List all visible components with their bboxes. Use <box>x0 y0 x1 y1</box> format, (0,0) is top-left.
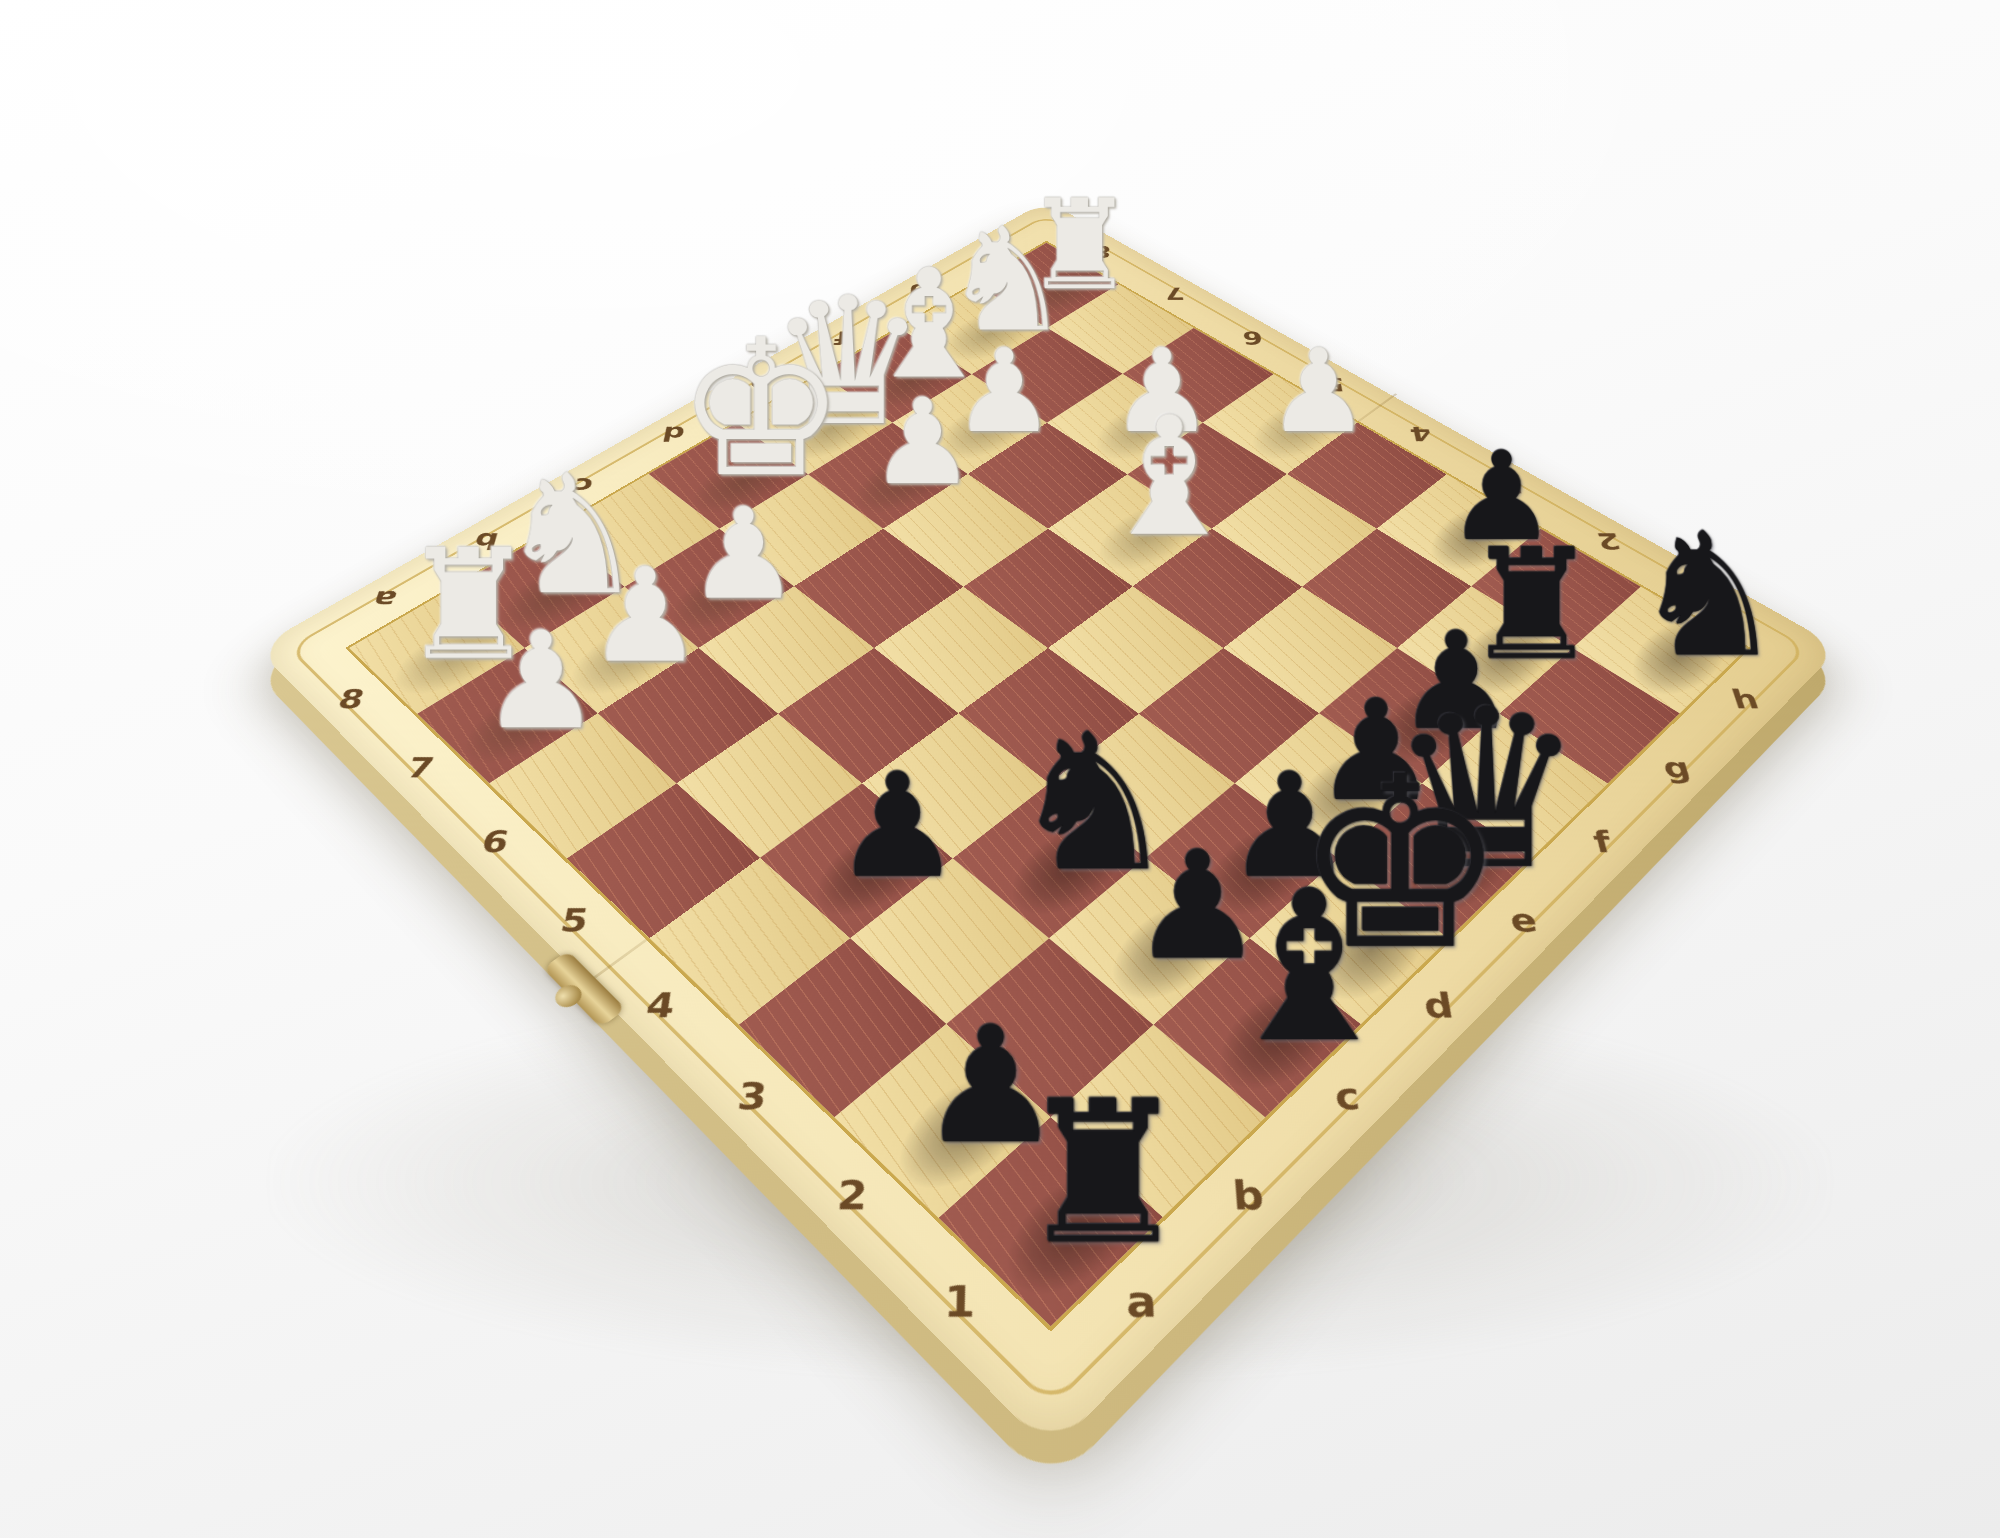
file-label-top-d: d <box>654 422 694 445</box>
white-bishop-f5[interactable]: ♝ <box>1096 399 1243 555</box>
white-pawn-a7[interactable]: ♟ <box>481 618 601 745</box>
black-knight-h1[interactable]: ♞ <box>1633 516 1786 678</box>
white-pawn-b7[interactable]: ♟ <box>588 554 704 677</box>
rank-label-right-4: 4 <box>1400 422 1441 445</box>
black-bishop-c1[interactable]: ♝ <box>1216 869 1402 1066</box>
rank-label-right-7: 7 <box>1158 284 1193 304</box>
black-rook-a1[interactable]: ♜ <box>1015 1080 1191 1266</box>
board-frame: ♜♞♚♛♝♞♜♟♟♟♟♟♟♝♟♟♞♟♟♟♟♟♟♜♜♝♚♛♞ 88aa77bb66… <box>256 201 1840 1453</box>
black-pawn-b4[interactable]: ♟ <box>834 758 963 894</box>
file-label-top-e: e <box>741 373 779 395</box>
white-pawn-e7[interactable]: ♟ <box>870 386 976 499</box>
board-grid: ♜♞♚♛♝♞♜♟♟♟♟♟♟♝♟♟♞♟♟♟♟♟♟♜♜♝♚♛♞ <box>349 243 1746 1326</box>
chess-scene: ♜♞♚♛♝♞♜♟♟♟♟♟♟♝♟♟♞♟♟♟♟♟♟♜♜♝♚♛♞ 88aa77bb66… <box>0 0 2000 1538</box>
white-pawn-c7[interactable]: ♟ <box>687 495 800 615</box>
white-king-d8[interactable]: ♚ <box>676 319 845 498</box>
file-label-top-g: g <box>901 284 935 304</box>
rank-label-right-8: 8 <box>1085 242 1118 261</box>
file-label-top-f: f <box>823 327 859 348</box>
page-background: { "game": "chess", "scene": { "descripti… <box>0 0 2000 1538</box>
file-label-top-h: h <box>975 242 1008 261</box>
chess-board: ♜♞♚♛♝♞♜♟♟♟♟♟♟♝♟♟♞♟♟♟♟♟♟♜♜♝♚♛♞ 88aa77bb66… <box>256 201 1840 1453</box>
rank-label-right-6: 6 <box>1234 327 1270 348</box>
rank-label-right-5: 5 <box>1315 373 1353 395</box>
rank-label-right-3: 3 <box>1490 473 1533 498</box>
file-label-top-c: c <box>561 473 604 498</box>
